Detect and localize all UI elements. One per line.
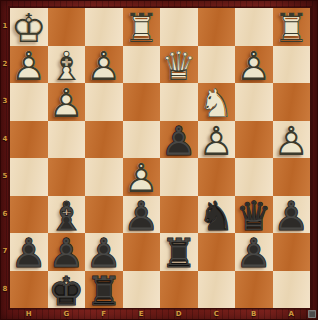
square-e2[interactable] [123, 46, 161, 84]
rank-label-5: 5 [0, 158, 10, 196]
chess-app-window: 12345678 HGFEDCBA ♚♔♜♖♜♖♟♙♝♗♟♙♛♕♟♙♟♙♞♘♟♙… [0, 0, 318, 320]
square-h5[interactable] [10, 158, 48, 196]
square-d8[interactable] [160, 271, 198, 309]
white-pawn-icon: ♟ [198, 123, 236, 159]
white-queen-d2[interactable]: ♛♕ [160, 46, 198, 84]
square-b5[interactable] [235, 158, 273, 196]
square-d1[interactable] [160, 8, 198, 46]
square-f8[interactable]: ♜♖ [85, 271, 123, 309]
black-knight-icon: ♞ [198, 198, 236, 234]
black-pawn-b7[interactable]: ♟♙ [235, 233, 273, 271]
square-f4[interactable] [85, 121, 123, 159]
square-f2[interactable]: ♟♙ [85, 46, 123, 84]
square-a4[interactable]: ♟♙ [273, 121, 311, 159]
white-bishop-detail-icon: ♗ [48, 48, 86, 84]
square-g7[interactable]: ♟♙ [48, 233, 86, 271]
black-pawn-detail-icon: ♙ [160, 123, 198, 159]
white-pawn-h2[interactable]: ♟♙ [10, 46, 48, 84]
square-e8[interactable] [123, 271, 161, 309]
white-queen-detail-icon: ♕ [160, 48, 198, 84]
square-c3[interactable]: ♞♘ [198, 83, 236, 121]
square-d4[interactable]: ♟♙ [160, 121, 198, 159]
square-e1[interactable]: ♜♖ [123, 8, 161, 46]
black-bishop-detail-icon: ♗ [48, 198, 86, 234]
square-h2[interactable]: ♟♙ [10, 46, 48, 84]
black-pawn-detail-icon: ♙ [123, 198, 161, 234]
file-label-d: D [160, 309, 198, 320]
file-label-b: B [235, 309, 273, 320]
square-b1[interactable] [235, 8, 273, 46]
black-pawn-d4[interactable]: ♟♙ [160, 121, 198, 159]
square-b4[interactable] [235, 121, 273, 159]
square-a3[interactable] [273, 83, 311, 121]
black-rook-d7[interactable]: ♜♖ [160, 233, 198, 271]
square-f6[interactable] [85, 196, 123, 234]
black-pawn-icon: ♟ [85, 235, 123, 271]
white-bishop-g2[interactable]: ♝♗ [48, 46, 86, 84]
square-h4[interactable] [10, 121, 48, 159]
white-pawn-detail-icon: ♙ [85, 48, 123, 84]
file-label-g: G [48, 309, 86, 320]
white-rook-detail-icon: ♖ [273, 10, 311, 46]
black-bishop-g6[interactable]: ♝♗ [48, 196, 86, 234]
square-d3[interactable] [160, 83, 198, 121]
square-e7[interactable] [123, 233, 161, 271]
white-pawn-icon: ♟ [10, 48, 48, 84]
file-label-e: E [123, 309, 161, 320]
white-pawn-e5[interactable]: ♟♙ [123, 158, 161, 196]
white-knight-detail-icon: ♘ [198, 85, 236, 121]
square-h8[interactable] [10, 271, 48, 309]
white-pawn-c4[interactable]: ♟♙ [198, 121, 236, 159]
black-queen-detail-icon: ♕ [235, 198, 273, 234]
white-knight-icon: ♞ [198, 85, 236, 121]
rank-label-6: 6 [0, 196, 10, 234]
square-d5[interactable] [160, 158, 198, 196]
white-rook-a1[interactable]: ♜♖ [273, 8, 311, 46]
black-king-g8[interactable]: ♚♔ [48, 271, 86, 309]
square-h7[interactable]: ♟♙ [10, 233, 48, 271]
white-rook-icon: ♜ [123, 10, 161, 46]
square-a1[interactable]: ♜♖ [273, 8, 311, 46]
resize-grip-icon[interactable] [308, 310, 316, 318]
square-c8[interactable] [198, 271, 236, 309]
white-rook-detail-icon: ♖ [123, 10, 161, 46]
rank-label-3: 3 [0, 83, 10, 121]
black-pawn-detail-icon: ♙ [273, 198, 311, 234]
white-knight-c3[interactable]: ♞♘ [198, 83, 236, 121]
square-f1[interactable] [85, 8, 123, 46]
white-pawn-detail-icon: ♙ [198, 123, 236, 159]
square-b2[interactable]: ♟♙ [235, 46, 273, 84]
black-king-detail-icon: ♔ [48, 273, 86, 309]
black-pawn-detail-icon: ♙ [48, 235, 86, 271]
square-b7[interactable]: ♟♙ [235, 233, 273, 271]
square-g4[interactable] [48, 121, 86, 159]
white-pawn-icon: ♟ [235, 48, 273, 84]
square-a2[interactable] [273, 46, 311, 84]
square-d2[interactable]: ♛♕ [160, 46, 198, 84]
black-pawn-a6[interactable]: ♟♙ [273, 196, 311, 234]
square-g2[interactable]: ♝♗ [48, 46, 86, 84]
white-pawn-detail-icon: ♙ [273, 123, 311, 159]
square-h3[interactable] [10, 83, 48, 121]
square-c4[interactable]: ♟♙ [198, 121, 236, 159]
black-pawn-f7[interactable]: ♟♙ [85, 233, 123, 271]
white-pawn-icon: ♟ [123, 160, 161, 196]
black-pawn-icon: ♟ [273, 198, 311, 234]
square-b8[interactable] [235, 271, 273, 309]
black-rook-icon: ♜ [85, 273, 123, 309]
white-rook-icon: ♜ [273, 10, 311, 46]
square-f7[interactable]: ♟♙ [85, 233, 123, 271]
black-queen-icon: ♛ [235, 198, 273, 234]
square-a8[interactable] [273, 271, 311, 309]
black-queen-b6[interactable]: ♛♕ [235, 196, 273, 234]
chess-board: ♚♔♜♖♜♖♟♙♝♗♟♙♛♕♟♙♟♙♞♘♟♙♟♙♟♙♟♙♝♗♟♙♞♘♛♕♟♙♟♙… [10, 8, 310, 308]
white-rook-e1[interactable]: ♜♖ [123, 8, 161, 46]
square-d6[interactable] [160, 196, 198, 234]
white-pawn-detail-icon: ♙ [235, 48, 273, 84]
black-pawn-detail-icon: ♙ [235, 235, 273, 271]
file-label-f: F [85, 309, 123, 320]
square-c2[interactable] [198, 46, 236, 84]
black-pawn-icon: ♟ [48, 235, 86, 271]
white-pawn-f2[interactable]: ♟♙ [85, 46, 123, 84]
square-a7[interactable] [273, 233, 311, 271]
square-c5[interactable] [198, 158, 236, 196]
square-h6[interactable] [10, 196, 48, 234]
square-e3[interactable] [123, 83, 161, 121]
white-king-h1[interactable]: ♚♔ [10, 8, 48, 46]
black-rook-f8[interactable]: ♜♖ [85, 271, 123, 309]
square-a6[interactable]: ♟♙ [273, 196, 311, 234]
white-pawn-icon: ♟ [48, 85, 86, 121]
square-f3[interactable] [85, 83, 123, 121]
white-pawn-detail-icon: ♙ [10, 48, 48, 84]
black-king-icon: ♚ [48, 273, 86, 309]
square-g5[interactable] [48, 158, 86, 196]
square-b3[interactable] [235, 83, 273, 121]
rank-label-2: 2 [0, 46, 10, 84]
black-pawn-e6[interactable]: ♟♙ [123, 196, 161, 234]
black-pawn-detail-icon: ♙ [85, 235, 123, 271]
white-pawn-detail-icon: ♙ [48, 85, 86, 121]
white-pawn-b2[interactable]: ♟♙ [235, 46, 273, 84]
square-f5[interactable] [85, 158, 123, 196]
rank-label-1: 1 [0, 8, 10, 46]
square-g3[interactable]: ♟♙ [48, 83, 86, 121]
white-pawn-icon: ♟ [85, 48, 123, 84]
white-pawn-a4[interactable]: ♟♙ [273, 121, 311, 159]
file-label-a: A [273, 309, 311, 320]
square-h1[interactable]: ♚♔ [10, 8, 48, 46]
file-label-c: C [198, 309, 236, 320]
rank-label-7: 7 [0, 233, 10, 271]
square-g1[interactable] [48, 8, 86, 46]
black-rook-icon: ♜ [160, 235, 198, 271]
square-e5[interactable]: ♟♙ [123, 158, 161, 196]
square-c7[interactable] [198, 233, 236, 271]
square-d7[interactable]: ♜♖ [160, 233, 198, 271]
white-queen-icon: ♛ [160, 48, 198, 84]
white-king-detail-icon: ♔ [10, 10, 48, 46]
rank-label-8: 8 [0, 271, 10, 309]
black-rook-detail-icon: ♖ [160, 235, 198, 271]
square-g6[interactable]: ♝♗ [48, 196, 86, 234]
black-pawn-icon: ♟ [10, 235, 48, 271]
black-bishop-icon: ♝ [48, 198, 86, 234]
white-king-icon: ♚ [10, 10, 48, 46]
black-pawn-icon: ♟ [123, 198, 161, 234]
rank-label-4: 4 [0, 121, 10, 159]
file-label-h: H [10, 309, 48, 320]
square-c6[interactable]: ♞♘ [198, 196, 236, 234]
black-pawn-g7[interactable]: ♟♙ [48, 233, 86, 271]
white-bishop-icon: ♝ [48, 48, 86, 84]
square-g8[interactable]: ♚♔ [48, 271, 86, 309]
black-pawn-icon: ♟ [160, 123, 198, 159]
black-pawn-detail-icon: ♙ [10, 235, 48, 271]
white-pawn-detail-icon: ♙ [123, 160, 161, 196]
black-pawn-icon: ♟ [235, 235, 273, 271]
black-knight-detail-icon: ♘ [198, 198, 236, 234]
black-pawn-h7[interactable]: ♟♙ [10, 233, 48, 271]
square-b6[interactable]: ♛♕ [235, 196, 273, 234]
square-a5[interactable] [273, 158, 311, 196]
white-pawn-g3[interactable]: ♟♙ [48, 83, 86, 121]
square-e4[interactable] [123, 121, 161, 159]
square-c1[interactable] [198, 8, 236, 46]
white-pawn-icon: ♟ [273, 123, 311, 159]
black-knight-c6[interactable]: ♞♘ [198, 196, 236, 234]
square-e6[interactable]: ♟♙ [123, 196, 161, 234]
black-rook-detail-icon: ♖ [85, 273, 123, 309]
